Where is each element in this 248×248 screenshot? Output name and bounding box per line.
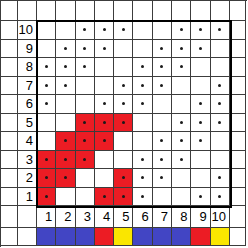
margin-cell — [230, 114, 246, 133]
dot — [45, 65, 48, 68]
cell-r9-c4[interactable] — [95, 40, 114, 59]
dot — [64, 84, 67, 87]
dot — [199, 195, 202, 198]
dot — [45, 102, 48, 105]
cell-r1-c5[interactable] — [114, 188, 133, 207]
dot — [160, 176, 163, 179]
cell-r10-c7[interactable] — [153, 21, 172, 40]
dot — [218, 176, 221, 179]
cell-r2-c5[interactable] — [114, 169, 133, 188]
row-label-8: 8 — [18, 58, 37, 77]
cell-r3-c4[interactable] — [95, 151, 114, 170]
col-label-4: 4 — [95, 206, 114, 228]
cell-r5-c4[interactable] — [95, 114, 114, 133]
cell-r4-c4[interactable] — [95, 132, 114, 151]
dot — [180, 47, 183, 50]
dot — [141, 195, 144, 198]
dot — [180, 28, 183, 31]
margin-cell — [172, 1, 191, 21]
cell-r9-c8[interactable] — [172, 40, 191, 59]
dot — [180, 121, 183, 124]
dot — [103, 121, 106, 124]
cell-r10-c3[interactable] — [76, 21, 95, 40]
row-label-3: 3 — [18, 151, 37, 170]
cell-r10-c5[interactable] — [114, 21, 133, 40]
dot — [45, 195, 48, 198]
cell-r3-c2[interactable] — [56, 151, 75, 170]
dot — [199, 102, 202, 105]
cell-r3-c7[interactable] — [153, 151, 172, 170]
margin-cell — [230, 58, 246, 77]
cell-r2-c10[interactable] — [211, 169, 230, 188]
row-label-7: 7 — [18, 77, 37, 96]
cell-r7-c4[interactable] — [95, 77, 114, 96]
cell-r1-c2[interactable] — [56, 188, 75, 207]
cell-r2-c6[interactable] — [133, 169, 152, 188]
col-label-2: 2 — [56, 206, 75, 228]
cell-r5-c2[interactable] — [56, 114, 75, 133]
margin-cell — [230, 21, 246, 40]
cell-r8-c3[interactable] — [76, 58, 95, 77]
dot — [199, 139, 202, 142]
dot — [199, 28, 202, 31]
margin-cell — [1, 228, 18, 246]
footer-color-cell-8[interactable] — [172, 228, 191, 246]
cell-r2-c4[interactable] — [95, 169, 114, 188]
cell-r4-c10[interactable] — [211, 132, 230, 151]
footer-color-cell-2[interactable] — [56, 228, 75, 246]
cell-r7-c7[interactable] — [153, 77, 172, 96]
footer-color-cell-9[interactable] — [191, 228, 210, 246]
cell-r10-c8[interactable] — [172, 21, 191, 40]
cell-r8-c9[interactable] — [191, 58, 210, 77]
dot — [122, 176, 125, 179]
cell-r5-c7[interactable] — [153, 114, 172, 133]
margin-cell — [230, 228, 246, 246]
spreadsheet-grid: 1098765432112345678910 — [0, 0, 247, 247]
cell-r3-c1[interactable] — [37, 151, 56, 170]
dot — [45, 84, 48, 87]
row-label-5: 5 — [18, 114, 37, 133]
dot — [141, 84, 144, 87]
margin-cell — [230, 1, 246, 21]
margin-cell — [1, 1, 18, 21]
dot — [218, 28, 221, 31]
cell-r1-c7[interactable] — [153, 188, 172, 207]
margin-cell — [95, 1, 114, 21]
cell-r3-c5[interactable] — [114, 151, 133, 170]
cell-r1-c4[interactable] — [95, 188, 114, 207]
col-label-3: 3 — [76, 206, 95, 228]
row-label-6: 6 — [18, 95, 37, 114]
margin-cell — [1, 40, 18, 59]
row-label-9: 9 — [18, 40, 37, 59]
footer-color-cell-4[interactable] — [95, 228, 114, 246]
cell-r7-c9[interactable] — [191, 77, 210, 96]
cell-r2-c3[interactable] — [76, 169, 95, 188]
dot — [83, 47, 86, 50]
cell-r7-c6[interactable] — [133, 77, 152, 96]
dot — [103, 102, 106, 105]
footer-color-cell-6[interactable] — [133, 228, 152, 246]
cell-r9-c7[interactable] — [153, 40, 172, 59]
dot — [160, 65, 163, 68]
cell-r8-c4[interactable] — [95, 58, 114, 77]
footer-color-cell-7[interactable] — [153, 228, 172, 246]
dot — [122, 121, 125, 124]
cell-r8-c2[interactable] — [56, 58, 75, 77]
margin-cell — [1, 21, 18, 40]
cell-r2-c7[interactable] — [153, 169, 172, 188]
dot — [122, 84, 125, 87]
board: 1098765432112345678910 — [1, 1, 247, 246]
cell-r8-c6[interactable] — [133, 58, 152, 77]
dot — [83, 158, 86, 161]
dot — [218, 102, 221, 105]
margin-cell — [133, 1, 152, 21]
dot — [141, 158, 144, 161]
cell-r10-c1[interactable] — [37, 21, 56, 40]
dot — [160, 158, 163, 161]
cell-r2-c1[interactable] — [37, 169, 56, 188]
cell-r5-c6[interactable] — [133, 114, 152, 133]
cell-r1-c1[interactable] — [37, 188, 56, 207]
cell-r10-c9[interactable] — [191, 21, 210, 40]
cell-r9-c3[interactable] — [76, 40, 95, 59]
cell-r6-c9[interactable] — [191, 95, 210, 114]
dot — [160, 47, 163, 50]
margin-cell — [114, 1, 133, 21]
dot — [180, 65, 183, 68]
cell-r6-c10[interactable] — [211, 95, 230, 114]
cell-r4-c5[interactable] — [114, 132, 133, 151]
cell-r9-c2[interactable] — [56, 40, 75, 59]
cell-r4-c9[interactable] — [191, 132, 210, 151]
margin-cell — [76, 1, 95, 21]
dot — [141, 65, 144, 68]
cell-r1-c6[interactable] — [133, 188, 152, 207]
dot — [64, 158, 67, 161]
margin-cell — [230, 151, 246, 170]
cell-r3-c9[interactable] — [191, 151, 210, 170]
cell-r6-c4[interactable] — [95, 95, 114, 114]
dot — [83, 121, 86, 124]
dot — [199, 47, 202, 50]
margin-cell — [211, 1, 230, 21]
margin-cell — [37, 1, 56, 21]
cell-r5-c9[interactable] — [191, 114, 210, 133]
cell-r7-c5[interactable] — [114, 77, 133, 96]
margin-cell — [191, 1, 210, 21]
margin-cell — [153, 1, 172, 21]
dot — [83, 65, 86, 68]
dot — [122, 102, 125, 105]
margin-cell — [1, 77, 18, 96]
cell-r9-c10[interactable] — [211, 40, 230, 59]
col-label-1: 1 — [37, 206, 56, 228]
cell-r4-c6[interactable] — [133, 132, 152, 151]
col-label-10: 10 — [211, 206, 230, 228]
cell-r9-c5[interactable] — [114, 40, 133, 59]
cell-r7-c10[interactable] — [211, 77, 230, 96]
margin-cell — [1, 95, 18, 114]
cell-r3-c6[interactable] — [133, 151, 152, 170]
cell-r10-c2[interactable] — [56, 21, 75, 40]
col-label-9: 9 — [191, 206, 210, 228]
dot — [180, 158, 183, 161]
cell-r7-c3[interactable] — [76, 77, 95, 96]
cell-r9-c1[interactable] — [37, 40, 56, 59]
dot — [160, 139, 163, 142]
row-label-10: 10 — [18, 21, 37, 40]
dot — [103, 139, 106, 142]
cell-r6-c2[interactable] — [56, 95, 75, 114]
cell-r4-c2[interactable] — [56, 132, 75, 151]
dot — [199, 121, 202, 124]
cell-r5-c3[interactable] — [76, 114, 95, 133]
cell-r7-c1[interactable] — [37, 77, 56, 96]
cell-r5-c1[interactable] — [37, 114, 56, 133]
cell-r8-c10[interactable] — [211, 58, 230, 77]
margin-cell — [1, 114, 18, 133]
margin-cell — [230, 132, 246, 151]
cell-r2-c9[interactable] — [191, 169, 210, 188]
margin-cell — [230, 169, 246, 188]
cell-r3-c8[interactable] — [172, 151, 191, 170]
margin-cell — [1, 206, 18, 228]
cell-r5-c10[interactable] — [211, 114, 230, 133]
col-label-6: 6 — [133, 206, 152, 228]
margin-cell — [18, 206, 37, 228]
cell-r8-c1[interactable] — [37, 58, 56, 77]
dot — [64, 176, 67, 179]
margin-cell — [230, 188, 246, 207]
cell-r1-c8[interactable] — [172, 188, 191, 207]
dot — [83, 28, 86, 31]
cell-r4-c8[interactable] — [172, 132, 191, 151]
cell-r7-c2[interactable] — [56, 77, 75, 96]
dot — [64, 139, 67, 142]
margin-cell — [230, 206, 246, 228]
margin-cell — [230, 95, 246, 114]
dot — [218, 121, 221, 124]
cell-r6-c8[interactable] — [172, 95, 191, 114]
margin-cell — [56, 1, 75, 21]
cell-r4-c7[interactable] — [153, 132, 172, 151]
cell-r8-c8[interactable] — [172, 58, 191, 77]
dot — [45, 176, 48, 179]
dot — [103, 195, 106, 198]
cell-r6-c7[interactable] — [153, 95, 172, 114]
dot — [103, 28, 106, 31]
cell-r6-c6[interactable] — [133, 95, 152, 114]
footer-color-cell-10[interactable] — [211, 228, 230, 246]
footer-color-cell-1[interactable] — [37, 228, 56, 246]
margin-cell — [230, 40, 246, 59]
cell-r3-c10[interactable] — [211, 151, 230, 170]
dot — [180, 139, 183, 142]
cell-r1-c3[interactable] — [76, 188, 95, 207]
margin-cell — [1, 188, 18, 207]
margin-cell — [1, 169, 18, 188]
footer-color-cell-3[interactable] — [76, 228, 95, 246]
row-label-4: 4 — [18, 132, 37, 151]
dot — [141, 176, 144, 179]
cell-r3-c3[interactable] — [76, 151, 95, 170]
dot — [218, 195, 221, 198]
cell-r1-c9[interactable] — [191, 188, 210, 207]
col-label-7: 7 — [153, 206, 172, 228]
cell-r7-c8[interactable] — [172, 77, 191, 96]
cell-r4-c1[interactable] — [37, 132, 56, 151]
margin-cell — [230, 77, 246, 96]
cell-r4-c3[interactable] — [76, 132, 95, 151]
cell-r6-c5[interactable] — [114, 95, 133, 114]
col-label-5: 5 — [114, 206, 133, 228]
margin-cell — [18, 1, 37, 21]
margin-cell — [1, 58, 18, 77]
cell-r9-c6[interactable] — [133, 40, 152, 59]
footer-color-cell-5[interactable] — [114, 228, 133, 246]
cell-r5-c5[interactable] — [114, 114, 133, 133]
cell-r10-c6[interactable] — [133, 21, 152, 40]
cell-r2-c2[interactable] — [56, 169, 75, 188]
cell-r9-c9[interactable] — [191, 40, 210, 59]
dot — [122, 195, 125, 198]
margin-cell — [1, 151, 18, 170]
dot — [103, 47, 106, 50]
row-label-1: 1 — [18, 188, 37, 207]
row-label-2: 2 — [18, 169, 37, 188]
margin-cell — [1, 132, 18, 151]
cell-r10-c10[interactable] — [211, 21, 230, 40]
cell-r2-c8[interactable] — [172, 169, 191, 188]
cell-r1-c10[interactable] — [211, 188, 230, 207]
dot — [122, 28, 125, 31]
cell-r6-c1[interactable] — [37, 95, 56, 114]
cell-r8-c7[interactable] — [153, 58, 172, 77]
dot — [45, 158, 48, 161]
cell-r10-c4[interactable] — [95, 21, 114, 40]
col-label-8: 8 — [172, 206, 191, 228]
cell-r6-c3[interactable] — [76, 95, 95, 114]
cell-r8-c5[interactable] — [114, 58, 133, 77]
dot — [64, 47, 67, 50]
dot — [141, 102, 144, 105]
dot — [160, 84, 163, 87]
cell-r5-c8[interactable] — [172, 114, 191, 133]
dot — [83, 139, 86, 142]
margin-cell — [18, 228, 37, 246]
dot — [64, 65, 67, 68]
dot — [218, 84, 221, 87]
